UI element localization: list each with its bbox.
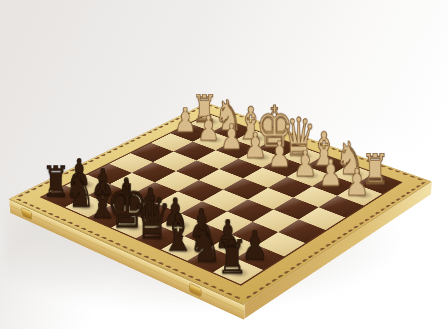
piece-black-rook[interactable]: ♜: [139, 239, 326, 277]
board-perspective-wrapper: ♜♞♝♚♛♝♞♜♟♟♟♟♟♟♟♟♟♟♟♟♟♟♟♟♜♞♝♚♛♝♞♜: [73, 40, 373, 329]
chess-board: ♜♞♝♚♛♝♞♜♟♟♟♟♟♟♟♟♟♟♟♟♟♟♟♟♜♞♝♚♛♝♞♜: [9, 102, 432, 304]
brass-clasp-2: [190, 284, 201, 297]
piece-cell-a2: ♟: [340, 184, 385, 206]
piece-cell-a8: ♜: [213, 259, 263, 285]
piece-white-pawn[interactable]: ♟: [273, 168, 442, 198]
board-pieces: ♜♞♝♚♛♝♞♜♟♟♟♟♟♟♟♟♟♟♟♟♟♟♟♟♜♞♝♚♛♝♞♜: [39, 113, 403, 286]
product-photo-scene: ♜♞♝♚♛♝♞♜♟♟♟♟♟♟♟♟♟♟♟♟♟♟♟♟♜♞♝♚♛♝♞♜: [0, 0, 448, 329]
